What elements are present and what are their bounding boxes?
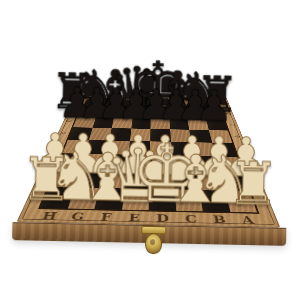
black-pawn-piece: ♟ — [195, 85, 234, 128]
chess-set-photo: HGFEDCBA 12345678 12345678 ♜♞♝♛♚♝♞♜♟♟♟♟♟… — [0, 0, 300, 300]
white-rook-piece: ♜ — [226, 154, 280, 214]
scene: HGFEDCBA 12345678 12345678 ♜♞♝♛♚♝♞♜♟♟♟♟♟… — [0, 0, 300, 300]
pieces-layer: ♜♞♝♛♚♝♞♜♟♟♟♟♟♟♟♟♟♟♟♟♟♟♟♟♜♞♝♛♚♝♞♜ — [0, 0, 300, 300]
